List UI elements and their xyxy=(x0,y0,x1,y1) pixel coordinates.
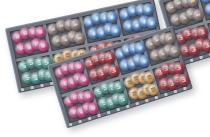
red-token-glyph: 3 xyxy=(177,73,191,87)
compartment-grey: ≈≈≈≈≈≈≈≈ xyxy=(45,17,84,51)
pink-token-glyph: ✽ xyxy=(37,39,51,53)
compartment-blue: ◉◉◉◉◉◉◉◉ xyxy=(81,9,120,43)
compartment-pink: ✽✽✽✽✽✽✽✽ xyxy=(52,59,88,94)
grey-token-glyph: ≈ xyxy=(168,44,182,58)
token-red: 3 xyxy=(200,38,210,53)
token-grey: ≈ xyxy=(72,31,86,45)
grey-token-glyph: ≈ xyxy=(73,31,87,45)
compartment-blue: ◉◉◉◉◉◉◉◉ xyxy=(117,2,156,36)
compartment-pink: ✽✽✽✽✽✽✽✽ xyxy=(10,25,49,59)
photo-scene: ✽✽✽✽✽✽✽✽≈≈≈≈≈≈≈≈◉◉◉◉◉◉◉◉◉◉◉◉◉◉◉◉SSSSSSSS… xyxy=(0,0,210,137)
blue-token-glyph: ◉ xyxy=(145,16,159,30)
compartment-pink: ✽✽✽✽✽✽✽✽ xyxy=(61,88,97,123)
token-blue: ◉ xyxy=(144,16,158,30)
red-token-glyph: 3 xyxy=(200,39,210,53)
